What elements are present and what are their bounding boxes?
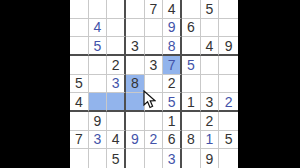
cell-r3c2[interactable]: 5 xyxy=(89,37,108,56)
digit-given: 5 xyxy=(206,2,214,16)
digit-given: 6 xyxy=(168,132,176,146)
digit-entered: 9 xyxy=(131,132,139,146)
cell-r2c2[interactable]: 4 xyxy=(89,19,108,38)
cell-r7c3[interactable] xyxy=(107,112,126,131)
cell-r9c2[interactable] xyxy=(89,149,108,168)
digit-given: 4 xyxy=(75,95,83,109)
cell-r1c5[interactable]: 7 xyxy=(145,0,164,19)
digit-entered: 5 xyxy=(187,58,195,72)
cell-r2c1[interactable] xyxy=(70,19,89,38)
cell-r3c5[interactable] xyxy=(145,37,164,56)
cell-r7c7[interactable] xyxy=(182,112,201,131)
cell-r1c6[interactable]: 4 xyxy=(163,0,182,19)
cell-r6c3[interactable] xyxy=(107,93,126,112)
digit-entered: 5 xyxy=(168,95,176,109)
digit-entered: 4 xyxy=(94,20,102,34)
cell-r4c2[interactable] xyxy=(89,56,108,75)
digit-given: 5 xyxy=(75,76,83,90)
cell-r5c2[interactable] xyxy=(89,75,108,94)
digit-given: 2 xyxy=(206,114,214,128)
cell-r4c5[interactable]: 3 xyxy=(145,56,164,75)
digit-entered: 9 xyxy=(168,20,176,34)
cell-r6c6[interactable]: 5 xyxy=(163,93,182,112)
digit-given: 4 xyxy=(168,2,176,16)
cell-r5c7[interactable] xyxy=(182,75,201,94)
cell-r3c8[interactable]: 4 xyxy=(201,37,220,56)
cell-r7c1[interactable] xyxy=(70,112,89,131)
cell-r7c2[interactable]: 9 xyxy=(89,112,108,131)
cell-r3c4[interactable]: 3 xyxy=(126,37,145,56)
cell-r6c9[interactable]: 2 xyxy=(219,93,238,112)
cell-r9c3[interactable]: 5 xyxy=(107,149,126,168)
digit-entered: 5 xyxy=(94,39,102,53)
cell-r4c7[interactable]: 5 xyxy=(182,56,201,75)
digit-given: 1 xyxy=(168,114,176,128)
cell-r4c1[interactable] xyxy=(70,56,89,75)
cell-r6c8[interactable]: 3 xyxy=(201,93,220,112)
cell-r1c8[interactable]: 5 xyxy=(201,0,220,19)
cell-r9c5[interactable] xyxy=(145,149,164,168)
digit-given: 3 xyxy=(150,58,158,72)
cell-r1c4[interactable] xyxy=(126,0,145,19)
letterbox-right xyxy=(238,0,300,168)
cell-r3c1[interactable] xyxy=(70,37,89,56)
cell-r8c4[interactable]: 9 xyxy=(126,131,145,150)
digit-entered: 1 xyxy=(206,132,214,146)
cell-r3c7[interactable] xyxy=(182,37,201,56)
digit-entered: 8 xyxy=(168,39,176,53)
cell-r5c8[interactable] xyxy=(201,75,220,94)
cell-r9c8[interactable]: 9 xyxy=(201,149,220,168)
digit-given: 9 xyxy=(206,152,214,166)
cell-r6c4[interactable] xyxy=(126,93,145,112)
digit-entered: 2 xyxy=(225,95,233,109)
digit-given: 9 xyxy=(94,114,102,128)
cell-r8c2[interactable]: 3 xyxy=(89,131,108,150)
cell-r5c5[interactable] xyxy=(145,75,164,94)
cell-r9c7[interactable] xyxy=(182,149,201,168)
cell-r2c3[interactable] xyxy=(107,19,126,38)
cell-r4c3[interactable]: 2 xyxy=(107,56,126,75)
cell-r4c8[interactable] xyxy=(201,56,220,75)
cell-r1c3[interactable] xyxy=(107,0,126,19)
digit-given: 5 xyxy=(225,132,233,146)
cell-r2c9[interactable] xyxy=(219,19,238,38)
cell-r6c2[interactable] xyxy=(89,93,108,112)
cell-r2c7[interactable]: 6 xyxy=(182,19,201,38)
cell-r7c4[interactable] xyxy=(126,112,145,131)
cell-r6c5[interactable] xyxy=(145,93,164,112)
digit-entered: 3 xyxy=(168,152,176,166)
cell-r7c5[interactable] xyxy=(145,112,164,131)
digit-entered: 3 xyxy=(112,76,120,90)
cell-r5c4[interactable]: 8 xyxy=(126,75,145,94)
cell-r4c4[interactable] xyxy=(126,56,145,75)
cell-r5c1[interactable]: 5 xyxy=(70,75,89,94)
digit-given: 2 xyxy=(168,76,176,90)
cell-r7c8[interactable]: 2 xyxy=(201,112,220,131)
digit-entered: 2 xyxy=(150,132,158,146)
cell-r4c6[interactable]: 7 xyxy=(163,56,182,75)
digit-entered: 3 xyxy=(94,132,102,146)
digit-given: 7 xyxy=(150,2,158,16)
cell-r8c7[interactable]: 8 xyxy=(182,131,201,150)
digit-given: 9 xyxy=(225,39,233,53)
cell-r1c7[interactable] xyxy=(182,0,201,19)
digit-given: 6 xyxy=(187,20,195,34)
cell-r9c4[interactable] xyxy=(126,149,145,168)
digit-given: 7 xyxy=(75,132,83,146)
digit-given: 5 xyxy=(112,152,120,166)
cell-r8c3[interactable]: 4 xyxy=(107,131,126,150)
cell-r2c5[interactable] xyxy=(145,19,164,38)
cell-r9c1[interactable] xyxy=(70,149,89,168)
cell-r8c6[interactable]: 6 xyxy=(163,131,182,150)
cell-r2c4[interactable] xyxy=(126,19,145,38)
cell-r8c5[interactable]: 2 xyxy=(145,131,164,150)
cell-r3c6[interactable]: 8 xyxy=(163,37,182,56)
letterbox-left xyxy=(0,0,70,168)
digit-given: 4 xyxy=(112,132,120,146)
cell-r8c8[interactable]: 1 xyxy=(201,131,220,150)
cell-r7c9[interactable] xyxy=(219,112,238,131)
sudoku-board: 745496538492375538245132912734926815539 xyxy=(70,0,238,168)
cell-r3c9[interactable]: 9 xyxy=(219,37,238,56)
cell-r4c9[interactable] xyxy=(219,56,238,75)
cell-r2c8[interactable] xyxy=(201,19,220,38)
digit-given: 8 xyxy=(131,76,139,90)
cell-r1c2[interactable] xyxy=(89,0,108,19)
cell-r8c1[interactable]: 7 xyxy=(70,131,89,150)
cell-r1c1[interactable] xyxy=(70,0,89,19)
cell-r9c6[interactable]: 3 xyxy=(163,149,182,168)
digit-given: 3 xyxy=(131,39,139,53)
digit-given: 4 xyxy=(206,39,214,53)
cell-r7c6[interactable]: 1 xyxy=(163,112,182,131)
cell-r9c9[interactable] xyxy=(219,149,238,168)
cell-r8c9[interactable]: 5 xyxy=(219,131,238,150)
cell-r2c6[interactable]: 9 xyxy=(163,19,182,38)
cell-r5c3[interactable]: 3 xyxy=(107,75,126,94)
cell-r6c7[interactable]: 1 xyxy=(182,93,201,112)
digit-given: 1 xyxy=(187,95,195,109)
digit-given: 8 xyxy=(187,132,195,146)
cell-r3c3[interactable] xyxy=(107,37,126,56)
cell-r5c6[interactable]: 2 xyxy=(163,75,182,94)
digit-given: 3 xyxy=(206,95,214,109)
digit-entered: 7 xyxy=(168,58,176,72)
cell-r5c9[interactable] xyxy=(219,75,238,94)
cell-r1c9[interactable] xyxy=(219,0,238,19)
digit-given: 2 xyxy=(112,58,120,72)
cell-r6c1[interactable]: 4 xyxy=(70,93,89,112)
